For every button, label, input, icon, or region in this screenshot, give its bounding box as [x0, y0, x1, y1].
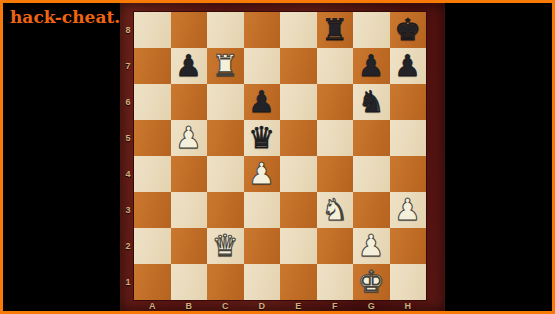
rank-label-8: 8 — [122, 12, 134, 48]
square-h5 — [390, 120, 427, 156]
square-f7 — [317, 48, 354, 84]
square-c5 — [207, 120, 244, 156]
piece-white-pawn-g2: ♟ — [358, 228, 385, 264]
square-f5 — [317, 120, 354, 156]
square-d4: ♟ — [244, 156, 281, 192]
square-c8 — [207, 12, 244, 48]
piece-black-king-h8: ♚ — [394, 12, 421, 48]
square-d8 — [244, 12, 281, 48]
piece-white-rook-c7: ♜ — [212, 48, 239, 84]
square-e1 — [280, 264, 317, 300]
file-label-f: F — [317, 300, 354, 311]
file-label-a: A — [134, 300, 171, 311]
square-g3 — [353, 192, 390, 228]
square-h6 — [390, 84, 427, 120]
square-g2: ♟ — [353, 228, 390, 264]
square-h3: ♟ — [390, 192, 427, 228]
piece-white-queen-c2: ♛ — [212, 228, 239, 264]
piece-black-pawn-b7: ♟ — [175, 48, 202, 84]
rank-label-7: 7 — [122, 48, 134, 84]
square-c3 — [207, 192, 244, 228]
square-b5: ♟ — [171, 120, 208, 156]
piece-black-pawn-h7: ♟ — [394, 48, 421, 84]
square-d3 — [244, 192, 281, 228]
square-a5 — [134, 120, 171, 156]
page-background: hack-cheat.org 87654321 ♜♚♟♜♟♟♟♞♟♛♟♞♟♛♟♚… — [3, 3, 552, 311]
file-label-g: G — [353, 300, 390, 311]
square-b6 — [171, 84, 208, 120]
file-label-b: B — [171, 300, 208, 311]
square-e4 — [280, 156, 317, 192]
rank-labels: 87654321 — [122, 12, 134, 300]
square-e8 — [280, 12, 317, 48]
piece-black-pawn-d6: ♟ — [248, 84, 275, 120]
square-b3 — [171, 192, 208, 228]
square-d7 — [244, 48, 281, 84]
square-g6: ♞ — [353, 84, 390, 120]
square-g5 — [353, 120, 390, 156]
piece-white-pawn-h3: ♟ — [394, 192, 421, 228]
file-label-e: E — [280, 300, 317, 311]
square-c2: ♛ — [207, 228, 244, 264]
square-a3 — [134, 192, 171, 228]
square-d1 — [244, 264, 281, 300]
square-d6: ♟ — [244, 84, 281, 120]
square-c6 — [207, 84, 244, 120]
rank-label-3: 3 — [122, 192, 134, 228]
piece-white-pawn-d4: ♟ — [248, 156, 275, 192]
square-h4 — [390, 156, 427, 192]
file-label-d: D — [244, 300, 281, 311]
piece-white-knight-f3: ♞ — [321, 192, 348, 228]
square-a6 — [134, 84, 171, 120]
rank-label-1: 1 — [122, 264, 134, 300]
square-a7 — [134, 48, 171, 84]
rank-label-2: 2 — [122, 228, 134, 264]
square-f8: ♜ — [317, 12, 354, 48]
board-frame: 87654321 ♜♚♟♜♟♟♟♞♟♛♟♞♟♛♟♚ ABCDEFGH — [120, 3, 445, 311]
rank-label-4: 4 — [122, 156, 134, 192]
square-f6 — [317, 84, 354, 120]
square-f3: ♞ — [317, 192, 354, 228]
rank-label-6: 6 — [122, 84, 134, 120]
square-h7: ♟ — [390, 48, 427, 84]
square-f1 — [317, 264, 354, 300]
square-g1: ♚ — [353, 264, 390, 300]
square-e5 — [280, 120, 317, 156]
piece-black-queen-d5: ♛ — [248, 120, 275, 156]
square-b2 — [171, 228, 208, 264]
rank-label-5: 5 — [122, 120, 134, 156]
screenshot-root: hack-cheat.org 87654321 ♜♚♟♜♟♟♟♞♟♛♟♞♟♛♟♚… — [0, 0, 555, 314]
square-c7: ♜ — [207, 48, 244, 84]
piece-black-rook-f8: ♜ — [321, 12, 348, 48]
file-label-c: C — [207, 300, 244, 311]
square-a2 — [134, 228, 171, 264]
square-c1 — [207, 264, 244, 300]
square-d5: ♛ — [244, 120, 281, 156]
square-g8 — [353, 12, 390, 48]
piece-black-knight-g6: ♞ — [358, 84, 385, 120]
square-e6 — [280, 84, 317, 120]
piece-black-pawn-g7: ♟ — [358, 48, 385, 84]
file-label-h: H — [390, 300, 427, 311]
square-b1 — [171, 264, 208, 300]
square-a4 — [134, 156, 171, 192]
square-h1 — [390, 264, 427, 300]
square-e3 — [280, 192, 317, 228]
chess-board: ♜♚♟♜♟♟♟♞♟♛♟♞♟♛♟♚ — [134, 12, 426, 300]
square-f2 — [317, 228, 354, 264]
file-labels: ABCDEFGH — [134, 300, 426, 311]
square-g4 — [353, 156, 390, 192]
square-b7: ♟ — [171, 48, 208, 84]
square-b4 — [171, 156, 208, 192]
square-f4 — [317, 156, 354, 192]
piece-white-pawn-b5: ♟ — [175, 120, 202, 156]
square-h8: ♚ — [390, 12, 427, 48]
square-c4 — [207, 156, 244, 192]
square-b8 — [171, 12, 208, 48]
square-e7 — [280, 48, 317, 84]
square-g7: ♟ — [353, 48, 390, 84]
square-d2 — [244, 228, 281, 264]
square-a1 — [134, 264, 171, 300]
piece-white-king-g1: ♚ — [358, 264, 385, 300]
square-h2 — [390, 228, 427, 264]
square-e2 — [280, 228, 317, 264]
square-a8 — [134, 12, 171, 48]
